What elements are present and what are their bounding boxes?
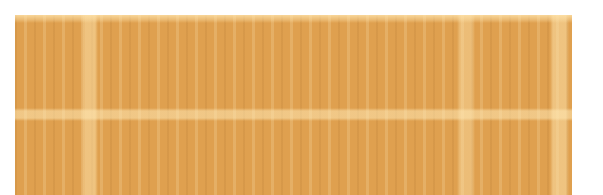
stones-layer xyxy=(15,15,582,190)
go-diagram-screen xyxy=(0,0,603,195)
